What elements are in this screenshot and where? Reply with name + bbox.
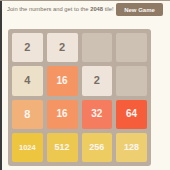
new-game-button[interactable]: New Game <box>116 3 163 16</box>
cell-r2c1: 16 <box>47 100 78 129</box>
cell-r3c0: 1024 <box>12 133 43 162</box>
cell-r2c0: 8 <box>12 100 43 129</box>
cell-r3c1: 512 <box>47 133 78 162</box>
cell-r1c1: 16 <box>47 66 78 95</box>
cell-r3c3: 128 <box>116 133 147 162</box>
cell-r3c2: 256 <box>82 133 113 162</box>
game-board[interactable]: 2 2 4 16 2 8 16 32 64 1024 512 256 128 <box>8 29 151 166</box>
header: Join the numbers and get to the 2048 til… <box>0 1 170 25</box>
cell-r0c2 <box>82 33 113 62</box>
cell-r2c2: 32 <box>82 100 113 129</box>
tagline-prefix: Join the numbers and get to the <box>7 6 90 12</box>
tagline: Join the numbers and get to the 2048 til… <box>7 6 114 12</box>
cell-r0c0: 2 <box>12 33 43 62</box>
cell-r1c0: 4 <box>12 66 43 95</box>
cell-r1c2: 2 <box>82 66 113 95</box>
tagline-goal: 2048 <box>90 6 103 12</box>
cell-r2c3: 64 <box>116 100 147 129</box>
cell-r0c1: 2 <box>47 33 78 62</box>
window-left-edge <box>0 1 2 170</box>
tagline-suffix: tile! <box>103 6 114 12</box>
cell-r1c3 <box>116 66 147 95</box>
cell-r0c3 <box>116 33 147 62</box>
